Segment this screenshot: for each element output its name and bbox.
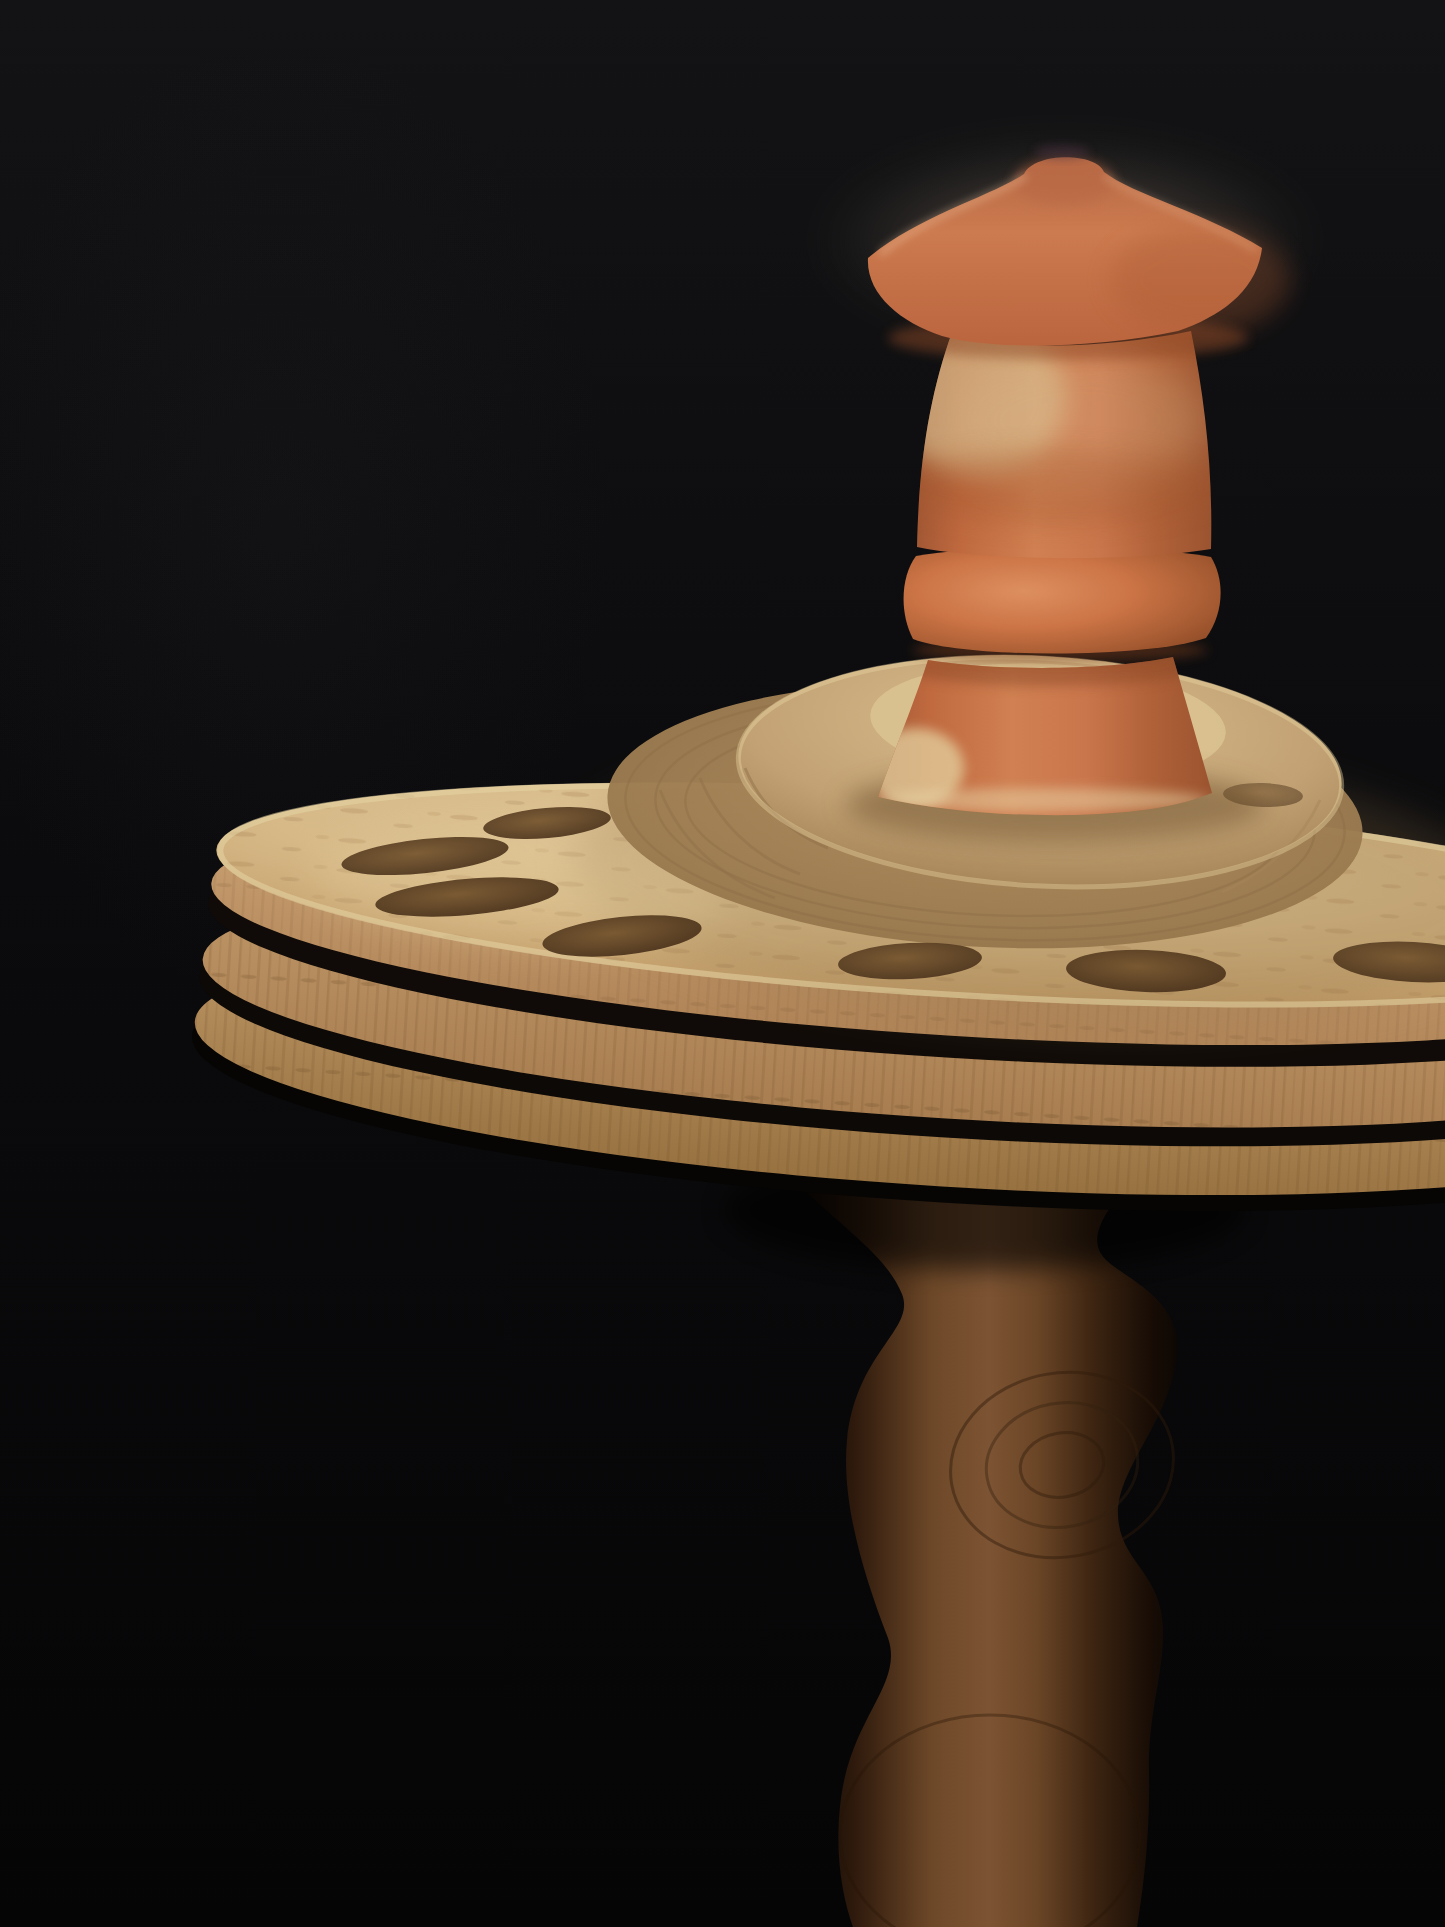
cap-peak-fringe: [1034, 145, 1090, 159]
cap-right-shade: [1110, 225, 1290, 335]
cap-peak-shade: [1014, 158, 1114, 206]
photo-stage: [0, 0, 1445, 1927]
body-shadow-band: [890, 449, 1220, 525]
finial-bead-ring: [904, 546, 1221, 653]
woodturning-photo: [0, 0, 1445, 1927]
